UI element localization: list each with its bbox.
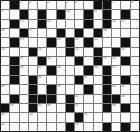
black-cell-0-1	[10, 1, 18, 9]
white-cell-13-6[interactable]	[57, 123, 65, 131]
clue-number: 37	[84, 75, 88, 79]
black-cell-0-11	[103, 1, 111, 9]
white-cell-0-12[interactable]: 7	[112, 1, 120, 9]
white-cell-13-0[interactable]: 52	[1, 123, 9, 131]
white-cell-2-14[interactable]	[131, 20, 139, 28]
white-cell-6-9[interactable]	[84, 57, 92, 65]
black-cell-8-8	[75, 76, 83, 84]
white-cell-11-4[interactable]: 45	[38, 104, 46, 112]
clue-number: 31	[20, 65, 24, 69]
clue-number: 20	[57, 37, 61, 41]
white-cell-3-9[interactable]	[84, 29, 92, 37]
black-cell-6-1	[10, 57, 18, 65]
white-cell-0-9[interactable]	[84, 1, 92, 9]
clue-number: 47	[75, 103, 79, 107]
white-cell-7-13[interactable]	[121, 66, 129, 74]
clue-number: 53	[75, 122, 79, 126]
clue-number: 7	[112, 0, 114, 4]
black-cell-12-8	[75, 113, 83, 121]
white-cell-0-14[interactable]: 8	[131, 1, 139, 9]
black-cell-4-9	[84, 38, 92, 46]
white-cell-12-12[interactable]	[112, 113, 120, 121]
white-cell-9-12[interactable]: 40	[112, 85, 120, 93]
white-cell-11-2[interactable]	[20, 104, 28, 112]
clue-number: 27	[20, 56, 24, 60]
white-cell-4-0[interactable]	[1, 38, 9, 46]
white-cell-2-5[interactable]: 13	[47, 20, 55, 28]
white-cell-9-10[interactable]	[94, 85, 102, 93]
clue-number: 52	[1, 122, 5, 126]
clue-number: 19	[20, 37, 24, 41]
white-cell-5-14[interactable]	[131, 48, 139, 56]
white-cell-7-12[interactable]: 35	[112, 66, 120, 74]
white-cell-12-6[interactable]	[57, 113, 65, 121]
white-cell-1-0[interactable]: 9	[1, 10, 9, 18]
white-cell-12-13[interactable]	[121, 113, 129, 121]
clue-number: 45	[38, 103, 42, 107]
white-cell-8-14[interactable]	[131, 76, 139, 84]
clue-number: 44	[10, 103, 14, 107]
white-cell-5-8[interactable]: 25	[75, 48, 83, 56]
black-cell-7-11	[103, 66, 111, 74]
clue-number: 26	[121, 47, 125, 51]
clue-number: 8	[131, 0, 133, 4]
clue-number: 21	[75, 37, 79, 41]
white-cell-3-4[interactable]	[38, 29, 46, 37]
white-cell-10-13[interactable]: 43	[121, 95, 129, 103]
white-cell-7-14[interactable]	[131, 66, 139, 74]
white-cell-7-8[interactable]	[75, 66, 83, 74]
white-cell-4-8[interactable]: 21	[75, 38, 83, 46]
white-cell-11-12[interactable]: 48	[112, 104, 120, 112]
white-cell-3-11[interactable]: 18	[103, 29, 111, 37]
clue-number: 32	[38, 65, 42, 69]
white-cell-8-4[interactable]: 36	[38, 76, 46, 84]
white-cell-3-5[interactable]	[47, 29, 55, 37]
black-cell-6-13	[121, 57, 129, 65]
clue-number: 50	[29, 112, 33, 116]
clue-number: 35	[112, 65, 116, 69]
white-cell-12-7[interactable]	[66, 113, 74, 121]
white-cell-1-14[interactable]	[131, 10, 139, 18]
clue-number: 6	[75, 0, 77, 4]
clue-number: 15	[121, 19, 125, 23]
white-cell-10-14[interactable]	[131, 95, 139, 103]
black-cell-13-13	[121, 123, 129, 131]
black-cell-1-11	[103, 10, 111, 18]
white-cell-8-2[interactable]	[20, 76, 28, 84]
black-cell-9-5	[47, 85, 55, 93]
white-cell-11-14[interactable]	[131, 104, 139, 112]
white-cell-9-14[interactable]	[131, 85, 139, 93]
white-cell-12-1[interactable]	[10, 113, 18, 121]
white-cell-11-10[interactable]	[94, 104, 102, 112]
black-cell-11-7	[66, 104, 74, 112]
white-cell-8-5[interactable]	[47, 76, 55, 84]
clue-number: 40	[112, 84, 116, 88]
white-cell-6-7[interactable]	[66, 57, 74, 65]
white-cell-10-6[interactable]	[57, 95, 65, 103]
white-cell-13-10[interactable]	[94, 123, 102, 131]
black-cell-11-13	[121, 104, 129, 112]
clue-number: 48	[112, 103, 116, 107]
white-cell-7-0[interactable]	[1, 66, 9, 74]
white-cell-13-2[interactable]	[20, 123, 28, 131]
white-cell-3-0[interactable]: 16	[1, 29, 9, 37]
clue-number: 10	[66, 9, 70, 13]
white-cell-9-6[interactable]: 39	[57, 85, 65, 93]
white-cell-4-4[interactable]	[38, 38, 46, 46]
clue-number: 38	[1, 84, 5, 88]
white-cell-12-2[interactable]	[20, 113, 28, 121]
white-cell-6-14[interactable]	[131, 57, 139, 65]
black-cell-1-9	[84, 10, 92, 18]
clue-number: 24	[38, 47, 42, 51]
black-cell-9-11	[103, 85, 111, 93]
white-cell-3-14[interactable]	[131, 29, 139, 37]
white-cell-1-7[interactable]: 10	[66, 10, 74, 18]
white-cell-13-8[interactable]: 53	[75, 123, 83, 131]
white-cell-12-3[interactable]: 50	[29, 113, 37, 121]
clue-number: 33	[57, 65, 61, 69]
white-cell-0-4[interactable]	[38, 1, 46, 9]
white-cell-11-1[interactable]: 44	[10, 104, 18, 112]
white-cell-9-4[interactable]	[38, 85, 46, 93]
white-cell-7-6[interactable]: 33	[57, 66, 65, 74]
clue-number: 29	[103, 56, 107, 60]
clue-number: 23	[1, 47, 5, 51]
white-cell-12-9[interactable]: 51	[84, 113, 92, 121]
white-cell-10-9[interactable]	[84, 95, 92, 103]
clue-number: 22	[94, 37, 98, 41]
black-cell-7-5	[47, 66, 55, 74]
white-cell-6-0[interactable]	[1, 57, 9, 65]
white-cell-6-3[interactable]	[29, 57, 37, 65]
white-cell-3-7[interactable]	[66, 29, 74, 37]
black-cell-5-3	[29, 48, 37, 56]
clue-number: 46	[47, 103, 51, 107]
white-cell-4-6[interactable]: 20	[57, 38, 65, 46]
white-cell-2-2[interactable]: 12	[20, 20, 28, 28]
clue-number: 2	[20, 0, 22, 4]
white-cell-4-10[interactable]: 22	[94, 38, 102, 46]
clue-number: 43	[121, 94, 125, 98]
white-cell-11-8[interactable]: 47	[75, 104, 83, 112]
white-cell-9-13[interactable]: 41	[121, 85, 129, 93]
clue-number: 18	[103, 28, 107, 32]
white-cell-3-13[interactable]	[121, 29, 129, 37]
clue-number: 41	[121, 84, 125, 88]
black-cell-1-4	[38, 10, 46, 18]
white-cell-13-14[interactable]	[131, 123, 139, 131]
white-cell-2-7[interactable]	[66, 20, 74, 28]
clue-number: 36	[38, 75, 42, 79]
white-cell-1-10[interactable]: 11	[94, 10, 102, 18]
clue-number: 1	[1, 0, 3, 4]
clue-number: 28	[47, 56, 51, 60]
white-cell-12-14[interactable]	[131, 113, 139, 121]
white-cell-5-6[interactable]	[57, 48, 65, 56]
black-cell-11-11	[103, 104, 111, 112]
white-cell-13-3[interactable]	[29, 123, 37, 131]
clue-number: 9	[1, 9, 3, 13]
black-cell-10-11	[103, 95, 111, 103]
white-cell-12-10[interactable]	[94, 113, 102, 121]
white-cell-8-7[interactable]	[66, 76, 74, 84]
black-cell-2-1	[10, 20, 18, 28]
white-cell-4-11[interactable]	[103, 38, 111, 46]
black-cell-2-4	[38, 20, 46, 28]
black-cell-6-8	[75, 57, 83, 65]
white-cell-3-1[interactable]	[10, 29, 18, 37]
white-cell-7-10[interactable]: 34	[94, 66, 102, 74]
white-cell-7-2[interactable]: 31	[20, 66, 28, 74]
white-cell-1-1[interactable]	[10, 10, 18, 18]
black-cell-9-3	[29, 85, 37, 93]
white-cell-9-2[interactable]	[20, 85, 28, 93]
white-cell-9-1[interactable]	[10, 85, 18, 93]
white-cell-0-13[interactable]	[121, 1, 129, 9]
white-cell-0-5[interactable]: 4	[47, 1, 55, 9]
black-cell-4-7	[66, 38, 74, 46]
black-cell-5-10	[94, 48, 102, 56]
black-cell-4-5	[47, 38, 55, 46]
white-cell-2-13[interactable]: 15	[121, 20, 129, 28]
clue-number: 39	[57, 84, 61, 88]
black-cell-8-1	[10, 76, 18, 84]
white-cell-1-12[interactable]	[112, 10, 120, 18]
clue-number: 49	[1, 112, 5, 116]
black-cell-8-3	[29, 76, 37, 84]
white-cell-5-0[interactable]: 23	[1, 48, 9, 56]
white-cell-6-5[interactable]: 28	[47, 57, 55, 65]
white-cell-3-12[interactable]	[112, 29, 120, 37]
white-cell-9-0[interactable]: 38	[1, 85, 9, 93]
black-cell-7-1	[10, 66, 18, 74]
clue-number: 30	[112, 56, 116, 60]
white-cell-13-5[interactable]	[47, 123, 55, 131]
clue-number: 3	[29, 0, 31, 4]
white-cell-0-8[interactable]: 6	[75, 1, 83, 9]
white-cell-2-8[interactable]	[75, 20, 83, 28]
black-cell-13-7	[66, 123, 74, 131]
clue-number: 4	[47, 0, 49, 4]
white-cell-5-4[interactable]: 24	[38, 48, 46, 56]
white-cell-8-9[interactable]: 37	[84, 76, 92, 84]
crossword-board: 1234567891011121314151617181920212223242…	[0, 0, 140, 132]
white-cell-4-2[interactable]: 19	[20, 38, 28, 46]
black-cell-13-11	[103, 123, 111, 131]
black-cell-10-7	[66, 95, 74, 103]
white-cell-5-1[interactable]	[10, 48, 18, 56]
white-cell-1-3[interactable]	[29, 10, 37, 18]
white-cell-12-5[interactable]	[47, 113, 55, 121]
white-cell-0-2[interactable]: 2	[20, 1, 28, 9]
white-cell-7-3[interactable]	[29, 66, 37, 74]
black-cell-5-7	[66, 48, 74, 56]
white-cell-10-2[interactable]	[20, 95, 28, 103]
clue-number: 16	[1, 28, 5, 32]
white-cell-10-10[interactable]	[94, 95, 102, 103]
white-cell-9-7[interactable]	[66, 85, 74, 93]
black-cell-4-13	[121, 38, 129, 46]
clue-number: 51	[84, 112, 88, 116]
black-cell-2-9	[84, 20, 92, 28]
black-cell-10-3	[29, 95, 37, 103]
white-cell-4-12[interactable]	[112, 38, 120, 46]
white-cell-8-10[interactable]	[94, 76, 102, 84]
clue-number: 42	[75, 94, 79, 98]
clue-number: 12	[20, 19, 24, 23]
black-cell-1-13	[121, 10, 129, 18]
white-cell-13-1[interactable]	[10, 123, 18, 131]
black-cell-9-9	[84, 85, 92, 93]
clue-number: 13	[47, 19, 51, 23]
black-cell-8-11	[103, 76, 111, 84]
white-cell-6-11[interactable]: 29	[103, 57, 111, 65]
clue-number: 34	[94, 65, 98, 69]
white-cell-2-6[interactable]	[57, 20, 65, 28]
white-cell-7-7[interactable]	[66, 66, 74, 74]
white-cell-2-10[interactable]	[94, 20, 102, 28]
white-cell-5-13[interactable]: 26	[121, 48, 129, 56]
black-cell-1-6	[57, 10, 65, 18]
white-cell-1-8[interactable]	[75, 10, 83, 18]
white-cell-4-14[interactable]	[131, 38, 139, 46]
clue-number: 25	[75, 47, 79, 51]
white-cell-11-5[interactable]: 46	[47, 104, 55, 112]
clue-number: 5	[66, 0, 68, 4]
white-cell-2-12[interactable]: 14	[112, 20, 120, 28]
white-cell-11-6[interactable]	[57, 104, 65, 112]
white-cell-4-3[interactable]	[29, 38, 37, 46]
white-cell-12-0[interactable]: 49	[1, 113, 9, 121]
white-cell-13-9[interactable]	[84, 123, 92, 131]
clue-number: 14	[112, 19, 116, 23]
white-cell-3-3[interactable]: 17	[29, 29, 37, 37]
white-cell-12-11[interactable]	[103, 113, 111, 121]
black-cell-4-1	[10, 38, 18, 46]
white-cell-13-4[interactable]	[38, 123, 46, 131]
white-cell-0-6[interactable]	[57, 1, 65, 9]
white-cell-10-0[interactable]	[1, 95, 9, 103]
white-cell-0-3[interactable]: 3	[29, 1, 37, 9]
clue-number: 17	[29, 28, 33, 32]
white-cell-12-4[interactable]	[38, 113, 46, 121]
clue-number: 11	[94, 9, 97, 13]
white-cell-9-8[interactable]	[75, 85, 83, 93]
white-cell-5-9[interactable]	[84, 48, 92, 56]
white-cell-1-5[interactable]	[47, 10, 55, 18]
white-cell-13-12[interactable]	[112, 123, 120, 131]
black-cell-1-2	[20, 10, 28, 18]
